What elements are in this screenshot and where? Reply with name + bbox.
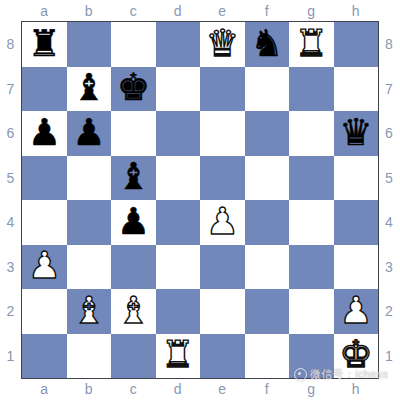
- square-g2[interactable]: [289, 289, 334, 334]
- rank-labels-left: 87654321: [0, 22, 21, 378]
- square-h3[interactable]: [334, 245, 379, 290]
- square-a8[interactable]: ♜: [22, 22, 67, 67]
- file-labels-bottom: abcdefgh: [22, 378, 378, 400]
- square-b6[interactable]: ♟: [67, 111, 112, 156]
- rank-label-8: 8: [378, 22, 400, 67]
- piece-bP-a6[interactable]: ♟: [28, 114, 61, 151]
- square-c7[interactable]: ♚: [111, 67, 156, 112]
- square-g8[interactable]: ♜: [289, 22, 334, 67]
- file-labels-top: abcdefgh: [22, 0, 378, 21]
- square-h6[interactable]: ♛: [334, 111, 379, 156]
- file-label-c: c: [111, 378, 156, 400]
- square-g6[interactable]: [289, 111, 334, 156]
- file-label-f: f: [245, 378, 290, 400]
- square-f2[interactable]: [245, 289, 290, 334]
- square-f7[interactable]: [245, 67, 290, 112]
- file-label-e: e: [200, 0, 245, 21]
- square-f4[interactable]: [245, 200, 290, 245]
- square-d1[interactable]: ♜: [156, 334, 201, 379]
- piece-wP-h2[interactable]: ♟: [339, 292, 372, 329]
- file-label-d: d: [156, 378, 201, 400]
- file-label-c: c: [111, 0, 156, 21]
- square-d5[interactable]: [156, 156, 201, 201]
- square-e6[interactable]: [200, 111, 245, 156]
- piece-wK-h1[interactable]: ♚: [339, 336, 372, 373]
- file-label-b: b: [67, 378, 112, 400]
- file-label-f: f: [245, 0, 290, 21]
- square-h1[interactable]: ♚: [334, 334, 379, 379]
- rank-label-2: 2: [0, 289, 21, 334]
- square-e7[interactable]: [200, 67, 245, 112]
- square-f3[interactable]: [245, 245, 290, 290]
- square-c2[interactable]: ♝: [111, 289, 156, 334]
- piece-wP-e4[interactable]: ♟: [206, 203, 239, 240]
- rank-label-6: 6: [0, 111, 21, 156]
- piece-bQ-h6[interactable]: ♛: [339, 114, 372, 151]
- square-c1[interactable]: [111, 334, 156, 379]
- piece-wB-b2[interactable]: ♝: [72, 292, 105, 329]
- square-f8[interactable]: ♞: [245, 22, 290, 67]
- square-f1[interactable]: [245, 334, 290, 379]
- square-h4[interactable]: [334, 200, 379, 245]
- rank-label-3: 3: [378, 245, 400, 290]
- rank-label-2: 2: [378, 289, 400, 334]
- rank-label-6: 6: [378, 111, 400, 156]
- square-a4[interactable]: [22, 200, 67, 245]
- square-c4[interactable]: ♟: [111, 200, 156, 245]
- piece-bN-f8[interactable]: ♞: [250, 25, 283, 62]
- piece-bB-c5[interactable]: ♝: [117, 158, 150, 195]
- piece-wB-c2[interactable]: ♝: [117, 292, 150, 329]
- square-e5[interactable]: [200, 156, 245, 201]
- square-a3[interactable]: ♟: [22, 245, 67, 290]
- square-h8[interactable]: [334, 22, 379, 67]
- square-g5[interactable]: [289, 156, 334, 201]
- square-d3[interactable]: [156, 245, 201, 290]
- rank-labels-right: 87654321: [378, 22, 400, 378]
- piece-bR-a8[interactable]: ♜: [28, 25, 61, 62]
- file-label-h: h: [334, 0, 379, 21]
- square-a7[interactable]: [22, 67, 67, 112]
- rank-label-5: 5: [0, 156, 21, 201]
- file-label-d: d: [156, 0, 201, 21]
- file-label-a: a: [22, 0, 67, 21]
- piece-wQ-e8[interactable]: ♛: [206, 25, 239, 62]
- rank-label-1: 1: [0, 334, 21, 379]
- square-d2[interactable]: [156, 289, 201, 334]
- file-label-h: h: [334, 378, 379, 400]
- square-c5[interactable]: ♝: [111, 156, 156, 201]
- square-a2[interactable]: [22, 289, 67, 334]
- chess-diagram: abcdefgh 87654321 ♜♛♞♜♝♚♟♟♛♝♟♟♟♝♝♟♜♚ 876…: [0, 0, 400, 400]
- rank-label-4: 4: [378, 200, 400, 245]
- square-d4[interactable]: [156, 200, 201, 245]
- square-b1[interactable]: [67, 334, 112, 379]
- square-e1[interactable]: [200, 334, 245, 379]
- square-a5[interactable]: [22, 156, 67, 201]
- square-e8[interactable]: ♛: [200, 22, 245, 67]
- rank-label-7: 7: [0, 67, 21, 112]
- file-label-e: e: [200, 378, 245, 400]
- rank-label-4: 4: [0, 200, 21, 245]
- file-label-b: b: [67, 0, 112, 21]
- square-g3[interactable]: [289, 245, 334, 290]
- square-d6[interactable]: [156, 111, 201, 156]
- square-c6[interactable]: [111, 111, 156, 156]
- piece-bP-b6[interactable]: ♟: [72, 114, 105, 151]
- piece-wR-g8[interactable]: ♜: [295, 25, 328, 62]
- square-h2[interactable]: ♟: [334, 289, 379, 334]
- chess-board[interactable]: ♜♛♞♜♝♚♟♟♛♝♟♟♟♝♝♟♜♚: [21, 21, 379, 379]
- square-e3[interactable]: [200, 245, 245, 290]
- square-g4[interactable]: [289, 200, 334, 245]
- square-b3[interactable]: [67, 245, 112, 290]
- square-a6[interactable]: ♟: [22, 111, 67, 156]
- square-f5[interactable]: [245, 156, 290, 201]
- square-e4[interactable]: ♟: [200, 200, 245, 245]
- square-c3[interactable]: [111, 245, 156, 290]
- piece-bK-c7[interactable]: ♚: [117, 69, 150, 106]
- file-label-g: g: [289, 378, 334, 400]
- square-g7[interactable]: [289, 67, 334, 112]
- square-e2[interactable]: [200, 289, 245, 334]
- file-label-a: a: [22, 378, 67, 400]
- piece-bP-c4[interactable]: ♟: [117, 203, 150, 240]
- file-label-g: g: [289, 0, 334, 21]
- square-f6[interactable]: [245, 111, 290, 156]
- square-b4[interactable]: [67, 200, 112, 245]
- square-d8[interactable]: [156, 22, 201, 67]
- piece-wP-a3[interactable]: ♟: [28, 247, 61, 284]
- square-g1[interactable]: [289, 334, 334, 379]
- square-a1[interactable]: [22, 334, 67, 379]
- square-h5[interactable]: [334, 156, 379, 201]
- square-b5[interactable]: [67, 156, 112, 201]
- piece-wR-d1[interactable]: ♜: [161, 336, 194, 373]
- rank-label-7: 7: [378, 67, 400, 112]
- piece-bB-b7[interactable]: ♝: [72, 69, 105, 106]
- rank-label-1: 1: [378, 334, 400, 379]
- rank-label-3: 3: [0, 245, 21, 290]
- square-b2[interactable]: ♝: [67, 289, 112, 334]
- rank-label-8: 8: [0, 22, 21, 67]
- square-b8[interactable]: [67, 22, 112, 67]
- square-h7[interactable]: [334, 67, 379, 112]
- square-b7[interactable]: ♝: [67, 67, 112, 112]
- square-d7[interactable]: [156, 67, 201, 112]
- rank-label-5: 5: [378, 156, 400, 201]
- square-c8[interactable]: [111, 22, 156, 67]
